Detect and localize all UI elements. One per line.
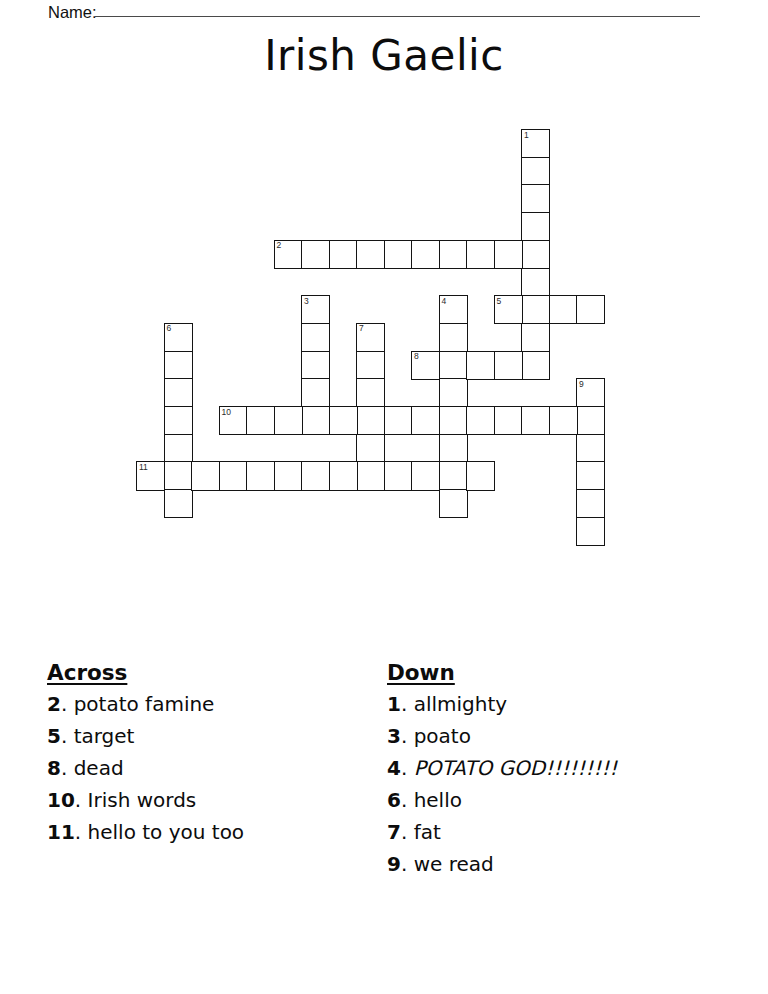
cell-r12-c16[interactable] bbox=[576, 461, 605, 490]
cell-r4-c12[interactable] bbox=[466, 240, 495, 269]
cell-r10-c12[interactable] bbox=[466, 406, 495, 435]
down-heading: Down bbox=[387, 660, 717, 685]
clue-down-3: 3. poato bbox=[387, 724, 717, 748]
cell-r12-c9[interactable] bbox=[384, 461, 413, 490]
clue-separator: . bbox=[75, 820, 88, 844]
cell-r10-c15[interactable] bbox=[549, 406, 578, 435]
clue-text: poato bbox=[414, 724, 471, 748]
clue-down-7: 7. fat bbox=[387, 820, 717, 844]
cell-r4-c7[interactable] bbox=[329, 240, 358, 269]
down-clue-list: 1. allmighty3. poato4. POTATO GOD!!!!!!!… bbox=[387, 692, 717, 876]
cell-number-1: 1 bbox=[524, 131, 529, 140]
cell-r4-c5[interactable]: 2 bbox=[274, 240, 303, 269]
clue-number: 2 bbox=[47, 692, 61, 716]
cell-r4-c11[interactable] bbox=[439, 240, 468, 269]
across-heading: Across bbox=[47, 660, 377, 685]
cell-r9-c11[interactable] bbox=[439, 378, 468, 407]
cell-r12-c8[interactable] bbox=[356, 461, 385, 490]
cell-r8-c12[interactable] bbox=[466, 351, 495, 380]
clue-text: POTATO GOD!!!!!!!!! bbox=[414, 756, 618, 780]
cell-r10-c3[interactable]: 10 bbox=[219, 406, 248, 435]
clue-number: 1 bbox=[387, 692, 401, 716]
cell-r11-c11[interactable] bbox=[439, 434, 468, 463]
cell-r10-c8[interactable] bbox=[356, 406, 385, 435]
cell-number-4: 4 bbox=[442, 297, 447, 306]
clue-separator: . bbox=[61, 692, 74, 716]
cell-r10-c4[interactable] bbox=[246, 406, 275, 435]
cell-r10-c1[interactable] bbox=[164, 406, 193, 435]
cell-r10-c11[interactable] bbox=[439, 406, 468, 435]
cell-number-6: 6 bbox=[167, 324, 172, 333]
across-clue-list: 2. potato famine5. target8. dead10. Iris… bbox=[47, 692, 377, 844]
cell-r10-c14[interactable] bbox=[521, 406, 550, 435]
clue-number: 7 bbox=[387, 820, 401, 844]
cell-r12-c11[interactable] bbox=[439, 461, 468, 490]
cell-number-3: 3 bbox=[304, 297, 309, 306]
cell-r8-c13[interactable] bbox=[494, 351, 523, 380]
clue-text: Irish words bbox=[88, 788, 197, 812]
cell-number-10: 10 bbox=[222, 408, 231, 417]
cell-number-9: 9 bbox=[579, 380, 584, 389]
clue-number: 3 bbox=[387, 724, 401, 748]
clue-text: allmighty bbox=[414, 692, 507, 716]
cell-r1-c14[interactable] bbox=[521, 157, 550, 186]
clue-text: target bbox=[74, 724, 135, 748]
clue-separator: . bbox=[61, 756, 74, 780]
cell-r10-c16[interactable] bbox=[576, 406, 605, 435]
cell-r12-c10[interactable] bbox=[411, 461, 440, 490]
clue-number: 11 bbox=[47, 820, 75, 844]
clue-number: 8 bbox=[47, 756, 61, 780]
cell-r6-c16[interactable] bbox=[576, 295, 605, 324]
clue-down-1: 1. allmighty bbox=[387, 692, 717, 716]
cell-r5-c14[interactable] bbox=[521, 268, 550, 297]
down-clues: Down 1. allmighty3. poato4. POTATO GOD!!… bbox=[387, 660, 717, 884]
cell-r12-c2[interactable] bbox=[191, 461, 220, 490]
cell-r9-c16[interactable]: 9 bbox=[576, 378, 605, 407]
cell-r12-c7[interactable] bbox=[329, 461, 358, 490]
clue-down-9: 9. we read bbox=[387, 852, 717, 876]
clue-across-5: 5. target bbox=[47, 724, 377, 748]
cell-r0-c14[interactable]: 1 bbox=[521, 129, 550, 158]
cell-r3-c14[interactable] bbox=[521, 212, 550, 241]
clue-separator: . bbox=[401, 788, 414, 812]
clue-separator: . bbox=[401, 820, 414, 844]
crossword-grid: 1234567891011 bbox=[136, 129, 605, 546]
clue-number: 4 bbox=[387, 756, 401, 780]
cell-r12-c3[interactable] bbox=[219, 461, 248, 490]
cell-r12-c6[interactable] bbox=[301, 461, 330, 490]
name-header: Name: bbox=[0, 0, 768, 30]
clue-across-8: 8. dead bbox=[47, 756, 377, 780]
clue-across-11: 11. hello to you too bbox=[47, 820, 377, 844]
across-clues: Across 2. potato famine5. target8. dead1… bbox=[47, 660, 377, 852]
cell-r11-c8[interactable] bbox=[356, 434, 385, 463]
cell-r8-c14[interactable] bbox=[521, 351, 550, 380]
cell-r12-c5[interactable] bbox=[274, 461, 303, 490]
cell-r8-c10[interactable]: 8 bbox=[411, 351, 440, 380]
clue-across-2: 2. potato famine bbox=[47, 692, 377, 716]
cell-r12-c1[interactable] bbox=[164, 461, 193, 490]
cell-r6-c14[interactable] bbox=[521, 295, 550, 324]
cell-r4-c9[interactable] bbox=[384, 240, 413, 269]
cell-r7-c8[interactable]: 7 bbox=[356, 323, 385, 352]
cell-r4-c10[interactable] bbox=[411, 240, 440, 269]
page-title: Irish Gaelic bbox=[0, 31, 768, 80]
clue-number: 9 bbox=[387, 852, 401, 876]
cell-r4-c13[interactable] bbox=[494, 240, 523, 269]
clue-separator: . bbox=[401, 724, 414, 748]
cell-r8-c1[interactable] bbox=[164, 351, 193, 380]
cell-r8-c8[interactable] bbox=[356, 351, 385, 380]
cell-r14-c16[interactable] bbox=[576, 517, 605, 546]
clue-separator: . bbox=[401, 692, 414, 716]
cell-r9-c6[interactable] bbox=[301, 378, 330, 407]
clue-text: hello bbox=[414, 788, 462, 812]
clue-separator: . bbox=[75, 788, 88, 812]
clue-text: dead bbox=[74, 756, 124, 780]
cell-r11-c16[interactable] bbox=[576, 434, 605, 463]
cell-r4-c14[interactable] bbox=[521, 240, 550, 269]
cell-r12-c12[interactable] bbox=[466, 461, 495, 490]
clue-across-10: 10. Irish words bbox=[47, 788, 377, 812]
clue-text: fat bbox=[414, 820, 441, 844]
cell-r7-c11[interactable] bbox=[439, 323, 468, 352]
clue-text: potato famine bbox=[74, 692, 215, 716]
cell-number-11: 11 bbox=[139, 463, 148, 472]
cell-number-5: 5 bbox=[497, 297, 502, 306]
cell-r10-c10[interactable] bbox=[411, 406, 440, 435]
cell-r6-c11[interactable]: 4 bbox=[439, 295, 468, 324]
cell-r7-c14[interactable] bbox=[521, 323, 550, 352]
name-blank-line[interactable] bbox=[95, 16, 700, 17]
cell-r6-c13[interactable]: 5 bbox=[494, 295, 523, 324]
cell-r4-c8[interactable] bbox=[356, 240, 385, 269]
cell-number-7: 7 bbox=[359, 324, 364, 333]
cell-r10-c7[interactable] bbox=[329, 406, 358, 435]
clue-separator: . bbox=[401, 756, 414, 780]
cell-r10-c5[interactable] bbox=[274, 406, 303, 435]
clue-text: we read bbox=[414, 852, 494, 876]
clue-text: hello to you too bbox=[88, 820, 245, 844]
cell-r6-c15[interactable] bbox=[549, 295, 578, 324]
cell-r2-c14[interactable] bbox=[521, 184, 550, 213]
clue-number: 10 bbox=[47, 788, 75, 812]
cell-r12-c4[interactable] bbox=[246, 461, 275, 490]
clue-number: 5 bbox=[47, 724, 61, 748]
clue-number: 6 bbox=[387, 788, 401, 812]
cell-r6-c6[interactable]: 3 bbox=[301, 295, 330, 324]
clue-down-4: 4. POTATO GOD!!!!!!!!! bbox=[387, 756, 717, 780]
clue-separator: . bbox=[401, 852, 414, 876]
cell-r7-c1[interactable]: 6 bbox=[164, 323, 193, 352]
clue-separator: . bbox=[61, 724, 74, 748]
worksheet-page: Name: Irish Gaelic 1234567891011 Across … bbox=[0, 0, 768, 994]
cell-r13-c16[interactable] bbox=[576, 489, 605, 518]
cell-r13-c1[interactable] bbox=[164, 489, 193, 518]
cell-r8-c11[interactable] bbox=[439, 351, 468, 380]
cell-r13-c11[interactable] bbox=[439, 489, 468, 518]
cell-r10-c13[interactable] bbox=[494, 406, 523, 435]
cell-number-2: 2 bbox=[277, 241, 282, 250]
cell-r9-c1[interactable] bbox=[164, 378, 193, 407]
clue-down-6: 6. hello bbox=[387, 788, 717, 812]
cell-r7-c6[interactable] bbox=[301, 323, 330, 352]
name-label: Name: bbox=[48, 3, 97, 22]
cell-r10-c6[interactable] bbox=[301, 406, 330, 435]
cell-r9-c8[interactable] bbox=[356, 378, 385, 407]
cell-r12-c0[interactable]: 11 bbox=[136, 461, 165, 490]
cell-number-8: 8 bbox=[414, 352, 419, 361]
cell-r8-c6[interactable] bbox=[301, 351, 330, 380]
cell-r11-c1[interactable] bbox=[164, 434, 193, 463]
cell-r10-c9[interactable] bbox=[384, 406, 413, 435]
cell-r4-c6[interactable] bbox=[301, 240, 330, 269]
